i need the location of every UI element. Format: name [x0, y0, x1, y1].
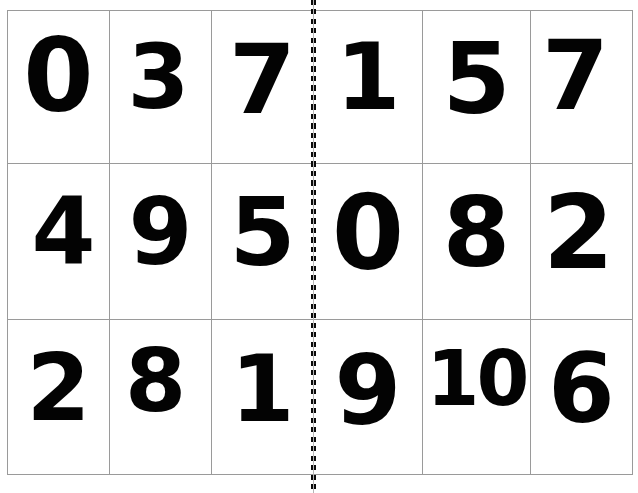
card-number: 7	[229, 32, 296, 128]
card-cell: 9	[110, 164, 212, 320]
card-number: 5	[229, 185, 295, 280]
card-cell: 5	[423, 11, 531, 164]
card-number: 9	[128, 187, 192, 279]
card-number: 8	[443, 184, 511, 281]
card-number: 0	[332, 181, 404, 285]
card-cell: 5	[212, 164, 314, 320]
card-cell: 3	[110, 11, 212, 164]
card-cell: 7	[531, 11, 632, 164]
card-cell: 7	[212, 11, 314, 164]
card-number: 6	[548, 341, 615, 437]
flashcard-sheet: 0371574950822819106	[0, 0, 638, 493]
card-cell: 8	[110, 320, 212, 474]
card-cell: 2	[531, 164, 632, 320]
dotted-cut-line	[311, 0, 316, 493]
card-number: 8	[125, 337, 186, 425]
card-cell: 0	[8, 11, 110, 164]
card-cell: 0	[314, 164, 423, 320]
card-number: 7	[542, 28, 609, 124]
card-cell: 1	[212, 320, 314, 474]
card-grid: 0371574950822819106	[7, 10, 633, 475]
card-number: 4	[31, 186, 95, 278]
card-number: 2	[543, 182, 614, 284]
card-cell: 6	[531, 320, 632, 474]
card-number: 1	[336, 31, 401, 124]
card-number: 3	[128, 33, 190, 122]
card-number: 5	[442, 30, 510, 128]
card-cell: 9	[314, 320, 423, 474]
card-number: 0	[23, 26, 93, 127]
card-cell: 2	[8, 320, 110, 474]
card-cell: 10	[423, 320, 531, 474]
card-number: 2	[26, 343, 90, 435]
card-number: 1	[230, 344, 294, 436]
card-number: 9	[335, 343, 402, 439]
card-number: 10	[427, 341, 527, 417]
card-cell: 4	[8, 164, 110, 320]
card-cell: 8	[423, 164, 531, 320]
card-cell: 1	[314, 11, 423, 164]
